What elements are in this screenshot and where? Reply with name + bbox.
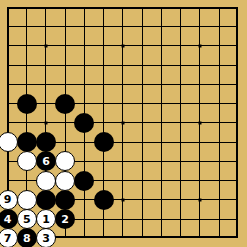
stone-white: [55, 151, 75, 171]
stone-black: [94, 190, 114, 210]
move-number-label: 8: [23, 233, 31, 244]
go-board-diagram: 624895173: [0, 0, 247, 247]
stone-black: [55, 94, 75, 114]
stone-white: [17, 190, 37, 210]
star-point: [198, 198, 201, 201]
star-point: [44, 121, 47, 124]
star-point: [44, 44, 47, 47]
grid-line-vertical: [180, 8, 181, 239]
move-number-label: 1: [42, 214, 50, 225]
stone-white: [17, 151, 37, 171]
move-number-label: 3: [42, 233, 50, 244]
star-point: [198, 44, 201, 47]
stone-black: [94, 132, 114, 152]
stone-black: [17, 132, 37, 152]
stone-white-move-5: 5: [17, 209, 37, 229]
stone-white-move-1: 1: [36, 209, 56, 229]
stone-black-move-2: 2: [55, 209, 75, 229]
stone-white: [36, 171, 56, 191]
stone-black: [55, 190, 75, 210]
stone-black: [36, 132, 56, 152]
stone-white: [55, 171, 75, 191]
stone-black: [74, 113, 94, 133]
star-point: [121, 44, 124, 47]
move-number-label: 5: [23, 214, 31, 225]
star-point: [198, 121, 201, 124]
stone-black: [36, 190, 56, 210]
stone-white-move-3: 3: [36, 228, 56, 247]
stone-black: [17, 94, 37, 114]
star-point: [121, 121, 124, 124]
move-number-label: 7: [4, 233, 12, 244]
move-number-label: 4: [4, 214, 12, 225]
stone-black-move-6: 6: [36, 151, 56, 171]
grid-line-vertical: [142, 8, 143, 239]
move-number-label: 9: [4, 194, 12, 205]
star-point: [121, 198, 124, 201]
stone-black: [74, 171, 94, 191]
stone-white-move-7: 7: [0, 228, 18, 247]
move-number-label: 2: [61, 214, 69, 225]
grid-line-vertical: [161, 8, 162, 239]
move-number-label: 6: [42, 156, 50, 167]
stone-black-move-8: 8: [17, 228, 37, 247]
grid-line-vertical: [219, 8, 220, 239]
